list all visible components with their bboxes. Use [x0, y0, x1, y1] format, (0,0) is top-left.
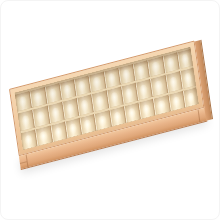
corner-joint-seam	[198, 109, 201, 122]
finger-joint-line	[20, 161, 27, 164]
tray-slot	[182, 87, 199, 108]
product-image	[0, 0, 220, 220]
jewelry-tray	[9, 41, 204, 157]
